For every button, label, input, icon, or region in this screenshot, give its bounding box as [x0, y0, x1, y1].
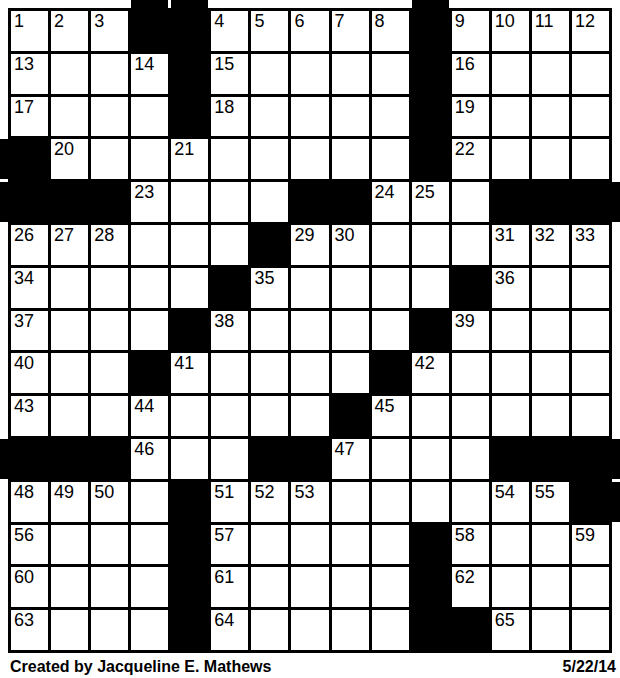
block-cell-r15c12	[452, 610, 489, 650]
cell-r7c2[interactable]	[51, 268, 88, 308]
cell-r12c11[interactable]	[412, 482, 449, 522]
block-cell-r11c3	[91, 439, 128, 479]
cell-r6c5[interactable]	[171, 225, 208, 265]
clue-number: 61	[214, 567, 234, 588]
clue-number: 18	[214, 97, 234, 118]
clue-number: 29	[294, 225, 314, 246]
clue-number: 56	[14, 525, 34, 546]
cell-r7c10[interactable]	[372, 268, 409, 308]
cell-r12c8[interactable]: 53	[291, 482, 328, 522]
cell-r15c14[interactable]	[532, 610, 569, 650]
block-cell-r1c5	[171, 11, 208, 51]
clue-number: 45	[375, 396, 395, 417]
cell-r15c9[interactable]	[332, 610, 369, 650]
block-cell-r12c15	[572, 482, 609, 522]
block-cell-r11c1	[11, 439, 48, 479]
cell-r3c7[interactable]	[251, 97, 288, 137]
crossword-grid: 1234567891011121314151617181920212223242…	[8, 8, 612, 653]
footer: Created by Jacqueline E. Mathews 5/22/14	[0, 653, 620, 678]
cell-r13c3[interactable]	[91, 525, 128, 565]
cell-r9c3[interactable]	[91, 353, 128, 393]
cell-r11c11[interactable]	[412, 439, 449, 479]
cell-r5c4[interactable]: 23	[131, 182, 168, 222]
cell-r12c9[interactable]	[332, 482, 369, 522]
cell-r14c10[interactable]	[372, 567, 409, 607]
cell-r12c4[interactable]	[131, 482, 168, 522]
clue-number: 65	[495, 610, 515, 631]
cell-r1c14[interactable]: 11	[532, 11, 569, 51]
cell-r13c4[interactable]	[131, 525, 168, 565]
block-cell-r11c14	[532, 439, 569, 479]
clue-number: 46	[134, 439, 154, 460]
cell-r3c2[interactable]	[51, 97, 88, 137]
block-cell-r14c5	[171, 567, 208, 607]
cell-r7c9[interactable]	[332, 268, 369, 308]
cell-r6c12[interactable]	[452, 225, 489, 265]
cell-r13c15[interactable]: 59	[572, 525, 609, 565]
cell-r7c14[interactable]	[532, 268, 569, 308]
cell-r2c12[interactable]: 16	[452, 54, 489, 94]
cell-r14c9[interactable]	[332, 567, 369, 607]
cell-r10c11[interactable]	[412, 396, 449, 436]
cell-r9c9[interactable]	[332, 353, 369, 393]
cell-r3c13[interactable]	[492, 97, 529, 137]
block-cell-r11c15	[572, 439, 609, 479]
clue-number: 17	[14, 97, 34, 118]
cell-r4c3[interactable]	[91, 139, 128, 179]
crossword-board: 1234567891011121314151617181920212223242…	[0, 0, 620, 678]
cell-r9c13[interactable]	[492, 353, 529, 393]
clue-number: 60	[14, 567, 34, 588]
cell-r3c1[interactable]: 17	[11, 97, 48, 137]
cell-r2c1[interactable]: 13	[11, 54, 48, 94]
block-cell-r4c11	[412, 139, 449, 179]
cell-r7c4[interactable]	[131, 268, 168, 308]
clue-number: 25	[415, 182, 435, 203]
cell-r12c14[interactable]: 55	[532, 482, 569, 522]
cell-r2c6[interactable]: 15	[211, 54, 248, 94]
cell-r5c7[interactable]	[251, 182, 288, 222]
cell-r9c6[interactable]	[211, 353, 248, 393]
clue-number: 10	[495, 11, 515, 32]
block-cell-r5c3	[91, 182, 128, 222]
cell-r1c13[interactable]: 10	[492, 11, 529, 51]
cell-r3c3[interactable]	[91, 97, 128, 137]
block-cell-r11c8	[291, 439, 328, 479]
cell-r4c9[interactable]	[332, 139, 369, 179]
clue-number: 24	[375, 182, 395, 203]
cell-r1c8[interactable]: 6	[291, 11, 328, 51]
clue-number: 14	[134, 54, 154, 75]
cell-r12c10[interactable]	[372, 482, 409, 522]
clue-number: 57	[214, 525, 234, 546]
clue-number: 40	[14, 353, 34, 374]
cell-r1c15[interactable]: 12	[572, 11, 609, 51]
cell-r6c6[interactable]	[211, 225, 248, 265]
cell-r14c12[interactable]: 62	[452, 567, 489, 607]
cell-r10c7[interactable]	[251, 396, 288, 436]
cell-r15c10[interactable]	[372, 610, 409, 650]
block-cell-r13c5	[171, 525, 208, 565]
cell-r10c5[interactable]	[171, 396, 208, 436]
cell-r14c14[interactable]	[532, 567, 569, 607]
cell-r8c14[interactable]	[532, 311, 569, 351]
cell-r3c6[interactable]: 18	[211, 97, 248, 137]
cell-r9c1[interactable]: 40	[11, 353, 48, 393]
cell-r13c8[interactable]	[291, 525, 328, 565]
clue-number: 21	[174, 139, 194, 160]
block-cell-r11c13	[492, 439, 529, 479]
cell-r15c2[interactable]	[51, 610, 88, 650]
cell-r6c11[interactable]	[412, 225, 449, 265]
cell-r4c8[interactable]	[291, 139, 328, 179]
clue-number: 15	[214, 54, 234, 75]
cell-r4c15[interactable]	[572, 139, 609, 179]
cell-r6c8[interactable]: 29	[291, 225, 328, 265]
cell-r6c13[interactable]: 31	[492, 225, 529, 265]
cell-r7c7[interactable]: 35	[251, 268, 288, 308]
clue-number: 28	[94, 225, 114, 246]
cell-r1c3[interactable]: 3	[91, 11, 128, 51]
block-cell-r11c7	[251, 439, 288, 479]
cell-r4c5[interactable]: 21	[171, 139, 208, 179]
cell-r12c7[interactable]: 52	[251, 482, 288, 522]
clue-number: 54	[495, 482, 515, 503]
cell-r7c15[interactable]	[572, 268, 609, 308]
cell-r13c9[interactable]	[332, 525, 369, 565]
block-cell-r5c9	[332, 182, 369, 222]
block-cell-r13c11	[412, 525, 449, 565]
cell-r8c3[interactable]	[91, 311, 128, 351]
block-cell-r8c11	[412, 311, 449, 351]
clue-number: 1	[14, 11, 24, 32]
cell-r9c12[interactable]	[452, 353, 489, 393]
cell-r8c10[interactable]	[372, 311, 409, 351]
cell-r8c12[interactable]: 39	[452, 311, 489, 351]
cell-r12c1[interactable]: 48	[11, 482, 48, 522]
clue-number: 32	[535, 225, 555, 246]
block-cell-r2c5	[171, 54, 208, 94]
block-cell-r2c11	[412, 54, 449, 94]
clue-number: 48	[14, 482, 34, 503]
cell-r9c15[interactable]	[572, 353, 609, 393]
cell-r12c12[interactable]	[452, 482, 489, 522]
cell-r15c1[interactable]: 63	[11, 610, 48, 650]
cell-r10c8[interactable]	[291, 396, 328, 436]
clue-number: 36	[495, 268, 515, 289]
clue-number: 8	[375, 11, 385, 32]
block-cell-r5c1	[11, 182, 48, 222]
cell-r3c14[interactable]	[532, 97, 569, 137]
block-cell-r6c7	[251, 225, 288, 265]
cell-r3c4[interactable]	[131, 97, 168, 137]
clue-number: 4	[214, 11, 224, 32]
clue-number: 27	[54, 225, 74, 246]
cell-r10c13[interactable]	[492, 396, 529, 436]
cell-r5c5[interactable]	[171, 182, 208, 222]
cell-r14c3[interactable]	[91, 567, 128, 607]
cell-r10c14[interactable]	[532, 396, 569, 436]
cell-r13c12[interactable]: 58	[452, 525, 489, 565]
cell-r9c5[interactable]: 41	[171, 353, 208, 393]
block-cell-r4c1	[11, 139, 48, 179]
cell-r6c10[interactable]	[372, 225, 409, 265]
block-cell-r3c5	[171, 97, 208, 137]
clue-number: 30	[335, 225, 355, 246]
clue-number: 47	[335, 439, 355, 460]
cell-r9c11[interactable]: 42	[412, 353, 449, 393]
clue-number: 13	[14, 54, 34, 75]
clue-number: 5	[254, 11, 264, 32]
clue-number: 23	[134, 182, 154, 203]
cell-r10c6[interactable]	[211, 396, 248, 436]
cell-r7c8[interactable]	[291, 268, 328, 308]
clue-number: 3	[94, 11, 104, 32]
clue-number: 7	[335, 11, 345, 32]
block-cell-r14c11	[412, 567, 449, 607]
cell-r14c6[interactable]: 61	[211, 567, 248, 607]
cell-r2c13[interactable]	[492, 54, 529, 94]
cell-r8c4[interactable]	[131, 311, 168, 351]
block-cell-r5c8	[291, 182, 328, 222]
block-cell-r5c14	[532, 182, 569, 222]
cell-r8c8[interactable]	[291, 311, 328, 351]
cell-r2c4[interactable]: 14	[131, 54, 168, 94]
cell-r8c6[interactable]: 38	[211, 311, 248, 351]
cell-r3c9[interactable]	[332, 97, 369, 137]
cell-r11c12[interactable]	[452, 439, 489, 479]
cell-r15c6[interactable]: 64	[211, 610, 248, 650]
cell-r13c1[interactable]: 56	[11, 525, 48, 565]
block-cell-r10c9	[332, 396, 369, 436]
clue-number: 26	[14, 225, 34, 246]
cell-r4c4[interactable]	[131, 139, 168, 179]
cell-r4c10[interactable]	[372, 139, 409, 179]
cell-r6c1[interactable]: 26	[11, 225, 48, 265]
cell-r15c7[interactable]	[251, 610, 288, 650]
cell-r11c10[interactable]	[372, 439, 409, 479]
block-cell-r1c4	[131, 11, 168, 51]
cell-r5c6[interactable]	[211, 182, 248, 222]
credit-text: Created by Jacqueline E. Mathews	[10, 658, 271, 676]
clue-number: 44	[134, 396, 154, 417]
cell-r8c2[interactable]	[51, 311, 88, 351]
cell-r4c2[interactable]: 20	[51, 139, 88, 179]
clue-number: 11	[535, 11, 554, 32]
clue-number: 31	[495, 225, 515, 246]
cell-r5c12[interactable]	[452, 182, 489, 222]
clue-number: 63	[14, 610, 34, 631]
clue-number: 35	[254, 268, 274, 289]
cell-r9c2[interactable]	[51, 353, 88, 393]
cell-r10c4[interactable]: 44	[131, 396, 168, 436]
block-cell-r5c2	[51, 182, 88, 222]
clue-number: 9	[455, 11, 465, 32]
cell-r13c7[interactable]	[251, 525, 288, 565]
clue-number: 19	[455, 97, 475, 118]
clue-number: 43	[14, 396, 34, 417]
cell-r13c2[interactable]	[51, 525, 88, 565]
block-cell-r15c5	[171, 610, 208, 650]
cell-r13c6[interactable]: 57	[211, 525, 248, 565]
cell-r8c1[interactable]: 37	[11, 311, 48, 351]
cell-r1c9[interactable]: 7	[332, 11, 369, 51]
block-cell-r9c4	[131, 353, 168, 393]
clue-number: 53	[294, 482, 314, 503]
cell-r11c5[interactable]	[171, 439, 208, 479]
clue-number: 2	[54, 11, 64, 32]
clue-number: 41	[174, 353, 194, 374]
cell-r10c3[interactable]	[91, 396, 128, 436]
cell-r1c1[interactable]: 1	[11, 11, 48, 51]
cell-r15c13[interactable]: 65	[492, 610, 529, 650]
cell-r9c14[interactable]	[532, 353, 569, 393]
cell-r8c9[interactable]	[332, 311, 369, 351]
cell-r6c4[interactable]	[131, 225, 168, 265]
cell-r11c9[interactable]: 47	[332, 439, 369, 479]
cell-r7c11[interactable]	[412, 268, 449, 308]
cell-r6c2[interactable]: 27	[51, 225, 88, 265]
cell-r10c2[interactable]	[51, 396, 88, 436]
cell-r15c4[interactable]	[131, 610, 168, 650]
cell-r15c15[interactable]	[572, 610, 609, 650]
block-cell-r12c5	[171, 482, 208, 522]
clue-number: 20	[54, 139, 74, 160]
block-cell-r5c13	[492, 182, 529, 222]
cell-r2c9[interactable]	[332, 54, 369, 94]
cell-r7c1[interactable]: 34	[11, 268, 48, 308]
block-cell-r7c12	[452, 268, 489, 308]
cell-r7c13[interactable]: 36	[492, 268, 529, 308]
clue-number: 12	[575, 11, 595, 32]
block-cell-r11c2	[51, 439, 88, 479]
cell-r14c1[interactable]: 60	[11, 567, 48, 607]
clue-number: 39	[455, 311, 475, 332]
cell-r9c7[interactable]	[251, 353, 288, 393]
cell-r4c13[interactable]	[492, 139, 529, 179]
clue-number: 58	[455, 525, 475, 546]
cell-r2c8[interactable]	[291, 54, 328, 94]
cell-r14c8[interactable]	[291, 567, 328, 607]
cell-r12c3[interactable]: 50	[91, 482, 128, 522]
cell-r14c4[interactable]	[131, 567, 168, 607]
cell-r6c15[interactable]: 33	[572, 225, 609, 265]
block-cell-r7c6	[211, 268, 248, 308]
cell-r8c7[interactable]	[251, 311, 288, 351]
cell-r1c12[interactable]: 9	[452, 11, 489, 51]
cell-r12c2[interactable]: 49	[51, 482, 88, 522]
cell-r1c2[interactable]: 2	[51, 11, 88, 51]
cell-r13c13[interactable]	[492, 525, 529, 565]
date-text: 5/22/14	[563, 658, 616, 676]
cell-r7c3[interactable]	[91, 268, 128, 308]
clue-number: 62	[455, 567, 475, 588]
cell-r8c13[interactable]	[492, 311, 529, 351]
cell-r14c15[interactable]	[572, 567, 609, 607]
cell-r10c10[interactable]: 45	[372, 396, 409, 436]
cell-r12c6[interactable]: 51	[211, 482, 248, 522]
cell-r13c14[interactable]	[532, 525, 569, 565]
cell-r1c7[interactable]: 5	[251, 11, 288, 51]
clue-number: 34	[14, 268, 34, 289]
cell-r4c7[interactable]	[251, 139, 288, 179]
cell-r10c15[interactable]	[572, 396, 609, 436]
block-cell-r3c11	[412, 97, 449, 137]
clue-number: 51	[214, 482, 234, 503]
cell-r8c15[interactable]	[572, 311, 609, 351]
block-cell-r15c11	[412, 610, 449, 650]
cell-r14c7[interactable]	[251, 567, 288, 607]
cell-r2c3[interactable]	[91, 54, 128, 94]
cell-r1c6[interactable]: 4	[211, 11, 248, 51]
cell-r15c8[interactable]	[291, 610, 328, 650]
cell-r10c1[interactable]: 43	[11, 396, 48, 436]
cell-r3c12[interactable]: 19	[452, 97, 489, 137]
cell-r5c10[interactable]: 24	[372, 182, 409, 222]
cell-r2c14[interactable]	[532, 54, 569, 94]
clue-number: 50	[94, 482, 114, 503]
block-cell-r1c11	[412, 11, 449, 51]
cell-r11c4[interactable]: 46	[131, 439, 168, 479]
cell-r6c3[interactable]: 28	[91, 225, 128, 265]
clue-number: 16	[455, 54, 475, 75]
cell-r3c8[interactable]	[291, 97, 328, 137]
clue-number: 6	[294, 11, 304, 32]
clue-number: 52	[254, 482, 274, 503]
cell-r2c2[interactable]	[51, 54, 88, 94]
clue-number: 42	[415, 353, 435, 374]
clue-number: 22	[455, 139, 475, 160]
clue-number: 55	[535, 482, 555, 503]
cell-r7c5[interactable]	[171, 268, 208, 308]
clue-number: 38	[214, 311, 234, 332]
block-cell-r8c5	[171, 311, 208, 351]
cell-r4c14[interactable]	[532, 139, 569, 179]
cell-r9c8[interactable]	[291, 353, 328, 393]
cell-r2c15[interactable]	[572, 54, 609, 94]
clue-number: 64	[214, 610, 234, 631]
clue-number: 33	[575, 225, 595, 246]
cell-r2c7[interactable]	[251, 54, 288, 94]
cell-r3c10[interactable]	[372, 97, 409, 137]
cell-r11c6[interactable]	[211, 439, 248, 479]
clue-number: 37	[14, 311, 34, 332]
cell-r15c3[interactable]	[91, 610, 128, 650]
cell-r3c15[interactable]	[572, 97, 609, 137]
cell-r6c9[interactable]: 30	[332, 225, 369, 265]
block-cell-r5c15	[572, 182, 609, 222]
cell-r10c12[interactable]	[452, 396, 489, 436]
cell-r4c6[interactable]	[211, 139, 248, 179]
cell-r2c10[interactable]	[372, 54, 409, 94]
cell-r14c2[interactable]	[51, 567, 88, 607]
cell-r5c11[interactable]: 25	[412, 182, 449, 222]
block-cell-r9c10	[372, 353, 409, 393]
cell-r1c10[interactable]: 8	[372, 11, 409, 51]
cell-r12c13[interactable]: 54	[492, 482, 529, 522]
clue-number: 49	[54, 482, 74, 503]
clue-number: 59	[575, 525, 595, 546]
cell-r13c10[interactable]	[372, 525, 409, 565]
cell-r6c14[interactable]: 32	[532, 225, 569, 265]
cell-r14c13[interactable]	[492, 567, 529, 607]
cell-r4c12[interactable]: 22	[452, 139, 489, 179]
